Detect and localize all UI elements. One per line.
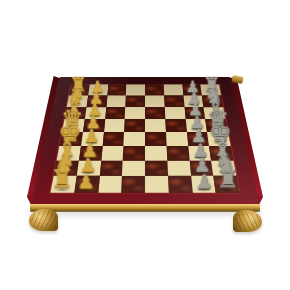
square-d6[interactable] xyxy=(165,119,186,132)
square-d5[interactable] xyxy=(145,119,166,132)
square-h6[interactable] xyxy=(168,176,192,193)
square-e5[interactable] xyxy=(145,132,166,146)
square-h4[interactable] xyxy=(121,176,145,193)
square-g6[interactable] xyxy=(167,160,191,176)
square-f6[interactable] xyxy=(166,146,189,161)
square-b6[interactable] xyxy=(164,95,184,107)
square-h7[interactable]: ♟ xyxy=(191,176,216,193)
square-g3[interactable] xyxy=(99,160,123,176)
square-b5[interactable] xyxy=(145,95,165,107)
square-a5[interactable] xyxy=(145,84,164,95)
square-f5[interactable] xyxy=(145,146,167,161)
square-a6[interactable] xyxy=(163,84,183,95)
square-h3[interactable] xyxy=(98,176,122,193)
square-h8[interactable]: ♜ xyxy=(214,176,240,193)
piece-bp[interactable]: ♟ xyxy=(195,173,212,192)
brass-rim xyxy=(30,204,260,211)
square-c4[interactable] xyxy=(125,107,145,119)
square-c6[interactable] xyxy=(165,107,186,119)
claw-foot-left xyxy=(29,209,58,231)
square-h2[interactable]: ♟ xyxy=(74,176,99,193)
chessboard: ♜♟♟♜♞♟♟♞♝♟♟♝♛♟♟♛♚♟♟♚♝♟♟♝♞♟♟♞♜♟♟♜ xyxy=(30,77,259,206)
square-h1[interactable]: ♜ xyxy=(50,176,76,193)
case-hinge xyxy=(231,75,243,84)
square-b4[interactable] xyxy=(125,95,145,107)
square-f4[interactable] xyxy=(123,146,145,161)
piece-br[interactable]: ♜ xyxy=(216,167,238,192)
square-b3[interactable] xyxy=(106,95,126,107)
square-g5[interactable] xyxy=(145,160,168,176)
square-c5[interactable] xyxy=(145,107,165,119)
chessboard-squares: ♜♟♟♜♞♟♟♞♝♟♟♝♛♟♟♛♚♟♟♚♝♟♟♝♞♟♟♞♜♟♟♜ xyxy=(50,84,239,192)
square-d3[interactable] xyxy=(104,119,125,132)
claw-foot-right xyxy=(233,210,262,232)
piece-wp[interactable]: ♟ xyxy=(77,173,94,192)
square-e4[interactable] xyxy=(124,132,145,146)
piece-wr[interactable]: ♜ xyxy=(51,167,73,192)
square-f3[interactable] xyxy=(101,146,124,161)
square-d4[interactable] xyxy=(124,119,145,132)
square-e3[interactable] xyxy=(102,132,124,146)
square-a4[interactable] xyxy=(126,84,145,95)
square-e6[interactable] xyxy=(166,132,188,146)
photo-backdrop: ♜♟♟♜♞♟♟♞♝♟♟♝♛♟♟♛♚♟♟♚♝♟♟♝♞♟♟♞♜♟♟♜ xyxy=(0,0,290,290)
square-h5[interactable] xyxy=(145,176,169,193)
square-g4[interactable] xyxy=(122,160,145,176)
square-a3[interactable] xyxy=(107,84,127,95)
square-c3[interactable] xyxy=(105,107,126,119)
